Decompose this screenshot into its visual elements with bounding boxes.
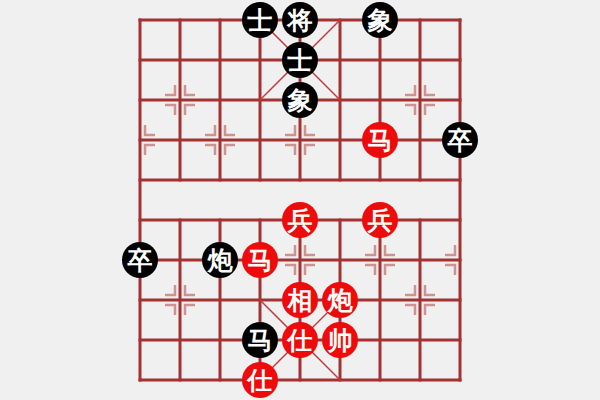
piece-black-advisor[interactable]: 士 (242, 2, 278, 38)
piece-red-general[interactable]: 帅 (322, 322, 358, 358)
board-point: 炮 (320, 280, 360, 320)
piece-black-elephant[interactable]: 象 (362, 2, 398, 38)
piece-black-soldier[interactable]: 卒 (442, 122, 478, 158)
board-point: 象 (360, 0, 400, 40)
board-point: 仕 (280, 320, 320, 360)
piece-black-elephant[interactable]: 象 (282, 82, 318, 118)
board-point: 仕 (240, 360, 280, 400)
piece-black-cannon[interactable]: 炮 (202, 242, 238, 278)
board-point: 将 (280, 0, 320, 40)
board-point: 士 (280, 40, 320, 80)
piece-red-cannon[interactable]: 炮 (322, 282, 358, 318)
piece-red-advisor[interactable]: 仕 (282, 322, 318, 358)
board-point: 马 (240, 320, 280, 360)
piece-black-advisor[interactable]: 士 (282, 42, 318, 78)
xiangqi-board: 士将象士象马卒兵兵卒炮马相炮马仕帅仕 (120, 0, 480, 400)
board-point: 炮 (200, 240, 240, 280)
piece-black-soldier[interactable]: 卒 (122, 242, 158, 278)
piece-red-elephant[interactable]: 相 (282, 282, 318, 318)
piece-red-horse[interactable]: 马 (362, 122, 398, 158)
board-point: 帅 (320, 320, 360, 360)
board-point: 兵 (280, 200, 320, 240)
piece-red-advisor[interactable]: 仕 (242, 362, 278, 398)
piece-black-horse[interactable]: 马 (242, 322, 278, 358)
board-point: 马 (240, 240, 280, 280)
board-point: 士 (240, 0, 280, 40)
piece-red-soldier[interactable]: 兵 (362, 202, 398, 238)
board-point: 马 (360, 120, 400, 160)
board-point: 兵 (360, 200, 400, 240)
piece-layer: 士将象士象马卒兵兵卒炮马相炮马仕帅仕 (120, 0, 480, 400)
piece-black-general[interactable]: 将 (282, 2, 318, 38)
board-point: 卒 (440, 120, 480, 160)
board-point: 象 (280, 80, 320, 120)
board-point: 相 (280, 280, 320, 320)
board-point: 卒 (120, 240, 160, 280)
page-background: 士将象士象马卒兵兵卒炮马相炮马仕帅仕 (0, 0, 600, 400)
piece-red-horse[interactable]: 马 (242, 242, 278, 278)
piece-red-soldier[interactable]: 兵 (282, 202, 318, 238)
